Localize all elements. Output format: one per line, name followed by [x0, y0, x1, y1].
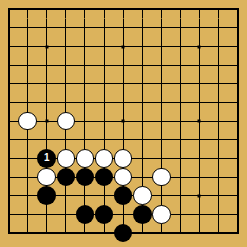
board-intersection — [228, 186, 247, 205]
board-intersection — [56, 149, 75, 168]
board-intersection — [94, 186, 113, 205]
board-intersection — [94, 56, 113, 75]
black-stone — [37, 186, 56, 205]
board-intersection — [152, 168, 171, 187]
board-intersection — [152, 19, 171, 38]
board-intersection — [94, 37, 113, 56]
white-stone — [18, 112, 37, 131]
white-stone — [37, 168, 56, 187]
board-intersection — [75, 19, 94, 38]
board-intersection — [114, 75, 133, 94]
board-intersection — [190, 130, 209, 149]
board-intersection — [152, 112, 171, 131]
board-intersection — [171, 112, 190, 131]
board-intersection — [37, 205, 56, 224]
board-intersection — [152, 224, 171, 243]
board-intersection — [56, 75, 75, 94]
board-intersection — [228, 0, 247, 19]
board-intersection — [209, 186, 228, 205]
board-intersection — [133, 168, 152, 187]
go-board: 1 — [0, 0, 247, 247]
board-intersection — [94, 112, 113, 131]
board-intersection — [209, 112, 228, 131]
board-intersection — [18, 56, 37, 75]
board-intersection — [56, 0, 75, 19]
board-intersection — [56, 112, 75, 131]
board-intersection — [37, 19, 56, 38]
board-intersection — [56, 130, 75, 149]
board-intersection — [190, 205, 209, 224]
board-intersection — [0, 0, 18, 19]
board-intersection — [94, 130, 113, 149]
board-intersection — [209, 0, 228, 19]
board-intersection — [171, 224, 190, 243]
board-intersection — [171, 19, 190, 38]
board-intersection — [37, 93, 56, 112]
board-intersection — [114, 149, 133, 168]
board-intersection — [0, 168, 18, 187]
board-intersection — [209, 168, 228, 187]
board-intersection — [37, 37, 56, 56]
board-intersection — [171, 75, 190, 94]
board-intersection — [133, 224, 152, 243]
board-intersection — [133, 186, 152, 205]
board-intersection — [75, 112, 94, 131]
white-stone — [152, 205, 171, 224]
board-intersection — [75, 75, 94, 94]
star-point — [198, 120, 201, 123]
board-intersection — [18, 149, 37, 168]
black-stone — [114, 224, 133, 243]
black-stone — [133, 205, 152, 224]
board-intersection — [209, 205, 228, 224]
board-intersection — [133, 130, 152, 149]
star-point — [122, 45, 125, 48]
board-intersection — [152, 56, 171, 75]
board-intersection — [18, 168, 37, 187]
white-stone — [152, 168, 171, 187]
board-intersection — [133, 56, 152, 75]
board-intersection — [0, 75, 18, 94]
board-intersection — [114, 224, 133, 243]
board-intersection — [0, 93, 18, 112]
board-intersection — [190, 186, 209, 205]
board-intersection — [209, 93, 228, 112]
board-intersection — [190, 19, 209, 38]
board-intersection — [190, 149, 209, 168]
board-intersection — [152, 130, 171, 149]
board-intersection — [0, 37, 18, 56]
board-intersection — [18, 205, 37, 224]
board-intersection — [0, 112, 18, 131]
white-stone — [133, 186, 152, 205]
board-intersection — [37, 75, 56, 94]
board-intersection — [190, 112, 209, 131]
board-intersection — [56, 224, 75, 243]
board-intersection — [37, 186, 56, 205]
board-intersection — [209, 75, 228, 94]
board-intersection — [133, 93, 152, 112]
board-intersection — [75, 149, 94, 168]
board-intersection — [75, 224, 94, 243]
board-intersection — [114, 205, 133, 224]
board-intersection — [228, 130, 247, 149]
board-intersection — [152, 205, 171, 224]
board-intersection — [190, 56, 209, 75]
white-stone — [114, 149, 133, 168]
black-stone — [76, 168, 95, 187]
board-intersection — [94, 205, 113, 224]
board-intersection — [18, 19, 37, 38]
board-intersection — [114, 56, 133, 75]
board-intersection — [18, 93, 37, 112]
white-stone — [76, 149, 95, 168]
board-intersection — [228, 112, 247, 131]
board-intersection — [152, 186, 171, 205]
board-intersection — [152, 75, 171, 94]
black-stone — [95, 205, 114, 224]
board-intersection — [171, 168, 190, 187]
board-intersection — [209, 224, 228, 243]
board-intersection — [171, 93, 190, 112]
board-intersection — [37, 0, 56, 19]
board-intersection — [94, 168, 113, 187]
board-intersection — [75, 37, 94, 56]
board-intersection — [133, 112, 152, 131]
board-intersection — [133, 19, 152, 38]
board-intersection — [0, 224, 18, 243]
board-intersection — [37, 224, 56, 243]
white-stone — [114, 168, 133, 187]
board-intersection — [18, 0, 37, 19]
board-intersection — [114, 112, 133, 131]
board-intersection — [171, 37, 190, 56]
board-intersection — [75, 93, 94, 112]
board-intersection — [0, 19, 18, 38]
black-stone — [76, 205, 95, 224]
board-intersection — [209, 56, 228, 75]
board-intersection — [228, 19, 247, 38]
board-intersection — [56, 186, 75, 205]
board-intersection — [0, 186, 18, 205]
board-intersection — [152, 149, 171, 168]
star-point — [45, 45, 48, 48]
stone-label: 1 — [44, 153, 50, 163]
board-intersection — [75, 186, 94, 205]
black-stone — [114, 186, 133, 205]
board-intersection — [18, 75, 37, 94]
board-intersection — [75, 205, 94, 224]
board-intersection — [18, 130, 37, 149]
board-intersection — [171, 130, 190, 149]
board-intersection — [190, 37, 209, 56]
board-intersection — [37, 56, 56, 75]
board-intersection — [190, 93, 209, 112]
board-intersection — [190, 75, 209, 94]
board-intersection — [209, 130, 228, 149]
board-intersection — [0, 130, 18, 149]
board-intersection — [18, 37, 37, 56]
board-intersection — [94, 19, 113, 38]
board-intersection — [0, 149, 18, 168]
board-intersection — [37, 168, 56, 187]
board-intersection — [94, 75, 113, 94]
black-stone — [95, 168, 114, 187]
board-intersection — [75, 168, 94, 187]
black-stone — [57, 168, 76, 187]
board-intersection — [75, 0, 94, 19]
board-intersection — [114, 37, 133, 56]
board-intersection — [114, 130, 133, 149]
white-stone — [95, 149, 114, 168]
star-point — [198, 45, 201, 48]
board-intersection — [228, 205, 247, 224]
board-intersection — [171, 149, 190, 168]
board-intersection — [228, 75, 247, 94]
star-point — [45, 120, 48, 123]
board-intersection — [56, 205, 75, 224]
board-intersection — [228, 56, 247, 75]
board-intersection — [75, 56, 94, 75]
board-intersection — [18, 224, 37, 243]
board-intersection — [75, 130, 94, 149]
board-intersection — [114, 168, 133, 187]
board-intersection — [94, 149, 113, 168]
board-intersection: 1 — [37, 149, 56, 168]
board-intersection — [228, 37, 247, 56]
board-intersection — [152, 0, 171, 19]
board-intersection — [114, 0, 133, 19]
board-intersection — [37, 112, 56, 131]
board-intersection — [133, 205, 152, 224]
board-intersection — [0, 205, 18, 224]
board-intersection — [133, 75, 152, 94]
star-point — [198, 194, 201, 197]
white-stone — [57, 149, 76, 168]
board-intersection — [171, 0, 190, 19]
board-intersection — [209, 149, 228, 168]
board-intersection — [228, 224, 247, 243]
board-grid: 1 — [0, 0, 247, 242]
white-stone — [57, 112, 76, 131]
board-intersection — [0, 56, 18, 75]
board-intersection — [114, 93, 133, 112]
board-intersection — [133, 37, 152, 56]
board-intersection — [94, 0, 113, 19]
board-intersection — [190, 0, 209, 19]
board-intersection — [133, 0, 152, 19]
board-intersection — [228, 93, 247, 112]
board-intersection — [56, 37, 75, 56]
board-intersection — [190, 168, 209, 187]
board-intersection — [56, 168, 75, 187]
board-intersection — [94, 93, 113, 112]
board-intersection — [114, 19, 133, 38]
board-intersection — [94, 224, 113, 243]
board-intersection — [18, 186, 37, 205]
board-intersection — [56, 93, 75, 112]
board-intersection — [56, 56, 75, 75]
board-intersection — [37, 130, 56, 149]
star-point — [122, 120, 125, 123]
board-intersection — [18, 112, 37, 131]
board-intersection — [133, 149, 152, 168]
black-stone: 1 — [37, 149, 56, 168]
board-intersection — [152, 37, 171, 56]
board-intersection — [56, 19, 75, 38]
board-intersection — [228, 149, 247, 168]
board-intersection — [171, 56, 190, 75]
board-intersection — [171, 186, 190, 205]
board-intersection — [114, 186, 133, 205]
board-intersection — [171, 205, 190, 224]
board-intersection — [209, 19, 228, 38]
board-intersection — [228, 168, 247, 187]
board-intersection — [190, 224, 209, 243]
board-intersection — [209, 37, 228, 56]
board-intersection — [152, 93, 171, 112]
